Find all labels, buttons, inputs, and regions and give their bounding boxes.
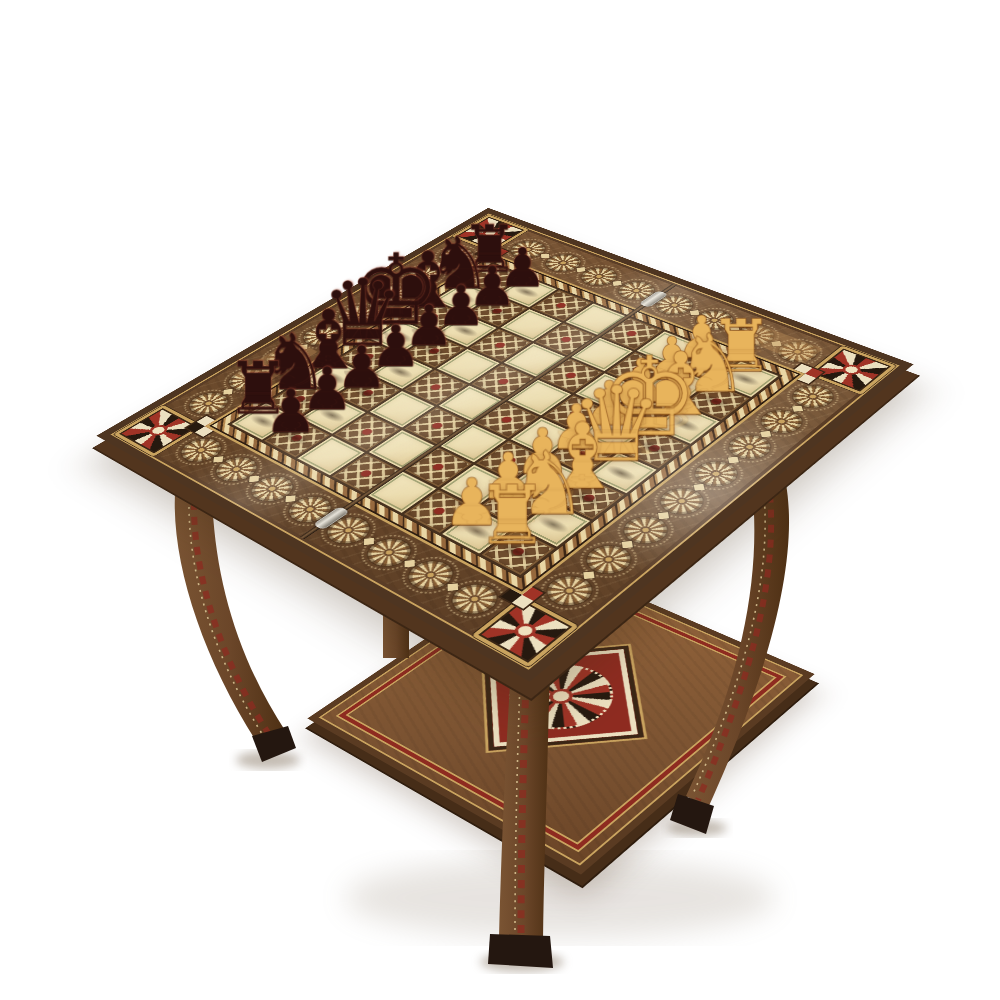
border-rosette (538, 571, 600, 611)
square-a1: ♜ (482, 529, 555, 575)
border-rosette (652, 484, 711, 520)
table-top: ♜♟♟♜♞♟♟♞♝♟♟♝♛♟♟♛♚♟♟♚♝♟♟♝♞♟♟♞♜♟♟♜ (96, 208, 913, 682)
studio-backdrop: Standard chess starting position set up … (0, 0, 1000, 1000)
white-rook: ♜ (433, 475, 591, 556)
border-rosette (400, 556, 461, 595)
table-scene: ♜♟♟♜♞♟♟♞♝♟♟♝♛♟♟♛♚♟♟♚♝♟♟♝♞♟♟♞♜♟♟♜ (0, 0, 1000, 1000)
black-pawn: ♟ (219, 381, 362, 441)
